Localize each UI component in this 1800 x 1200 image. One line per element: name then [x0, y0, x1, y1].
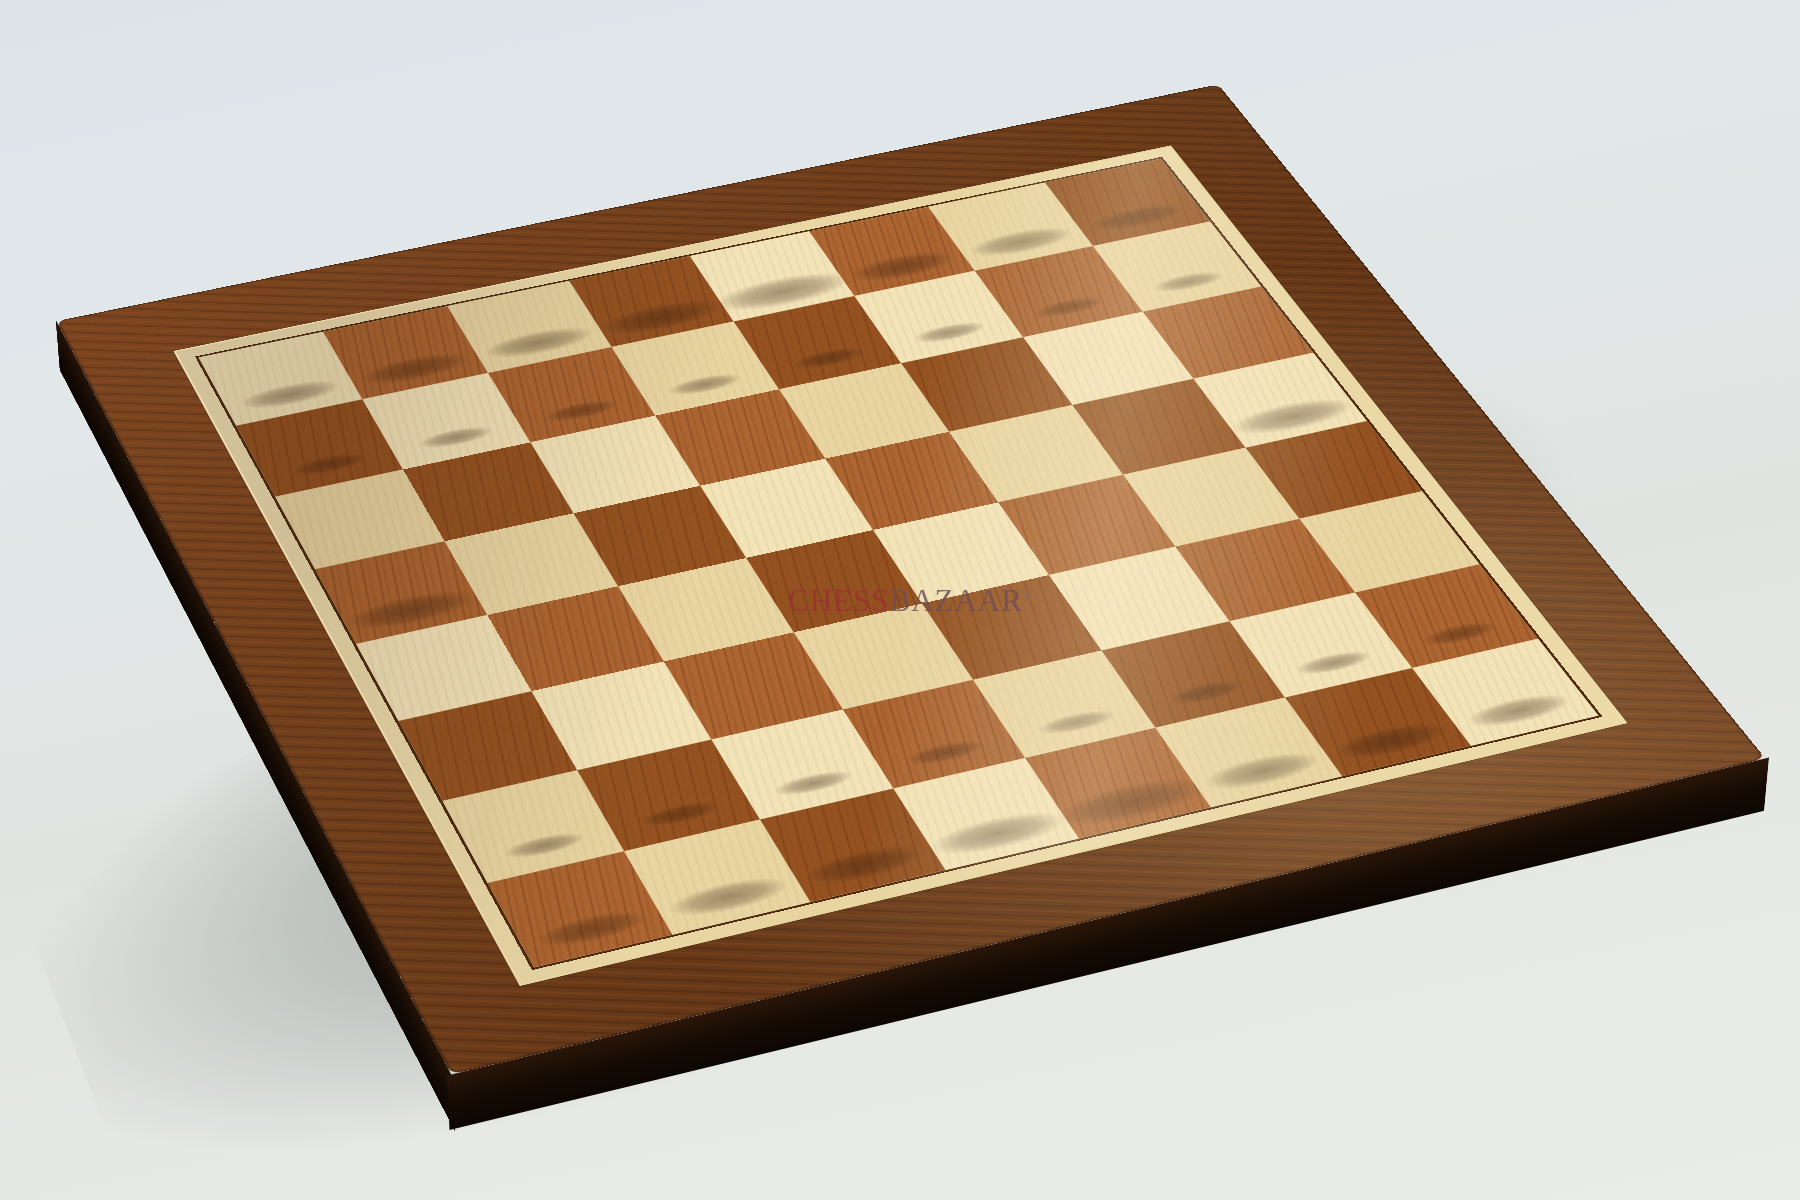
- product-photo: ♜♞♝♛♚♝♞♜♟♟♟♟♟♟♟♟♛♛♟♟♟♟♟♟♟♟♜♞♝♛♚♝♞♜ CHESS…: [0, 0, 1800, 1200]
- black-pawn-icon: ♟: [769, 243, 888, 366]
- square-e5: [825, 432, 998, 530]
- white-queen-icon: ♛: [1193, 217, 1394, 424]
- chessbazaar-watermark: CHESSBAZAAR®: [788, 583, 1034, 619]
- watermark-text-bazaar: BAZAAR: [889, 583, 1022, 618]
- white-rook-icon: ♜: [502, 752, 682, 937]
- black-queen-icon: ♛: [307, 402, 517, 617]
- black-pawn-icon: ♟: [522, 294, 643, 418]
- black-pawn-icon: ♟: [1012, 193, 1130, 314]
- squares-grid: ♜♞♝♛♚♝♞♜♟♟♟♟♟♟♟♟♛♛♟♟♟♟♟♟♟♟♜♞♝♛♚♝♞♜: [199, 159, 1599, 968]
- registered-trademark-icon: ®: [1023, 588, 1034, 603]
- watermark-text-chess: CHESS: [788, 583, 889, 618]
- black-pawn-icon: ♟: [891, 218, 1010, 340]
- black-pawn-icon: ♟: [646, 268, 766, 391]
